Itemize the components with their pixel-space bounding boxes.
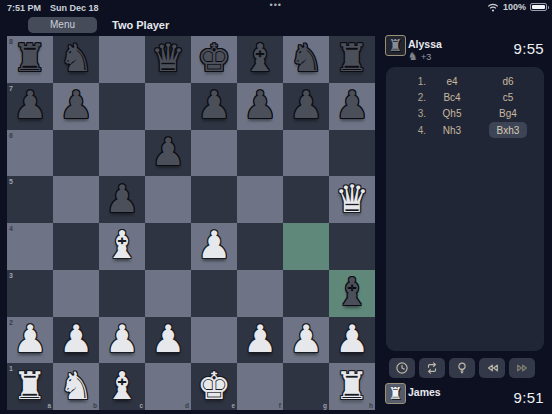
- chess-board[interactable]: 8♜♞♛♚♝♞♜7♟♟♟♟♟♟6♟5♟♛4♝♟3♝2♟♟♟♟♟♟♟1a♜b♞c♝…: [7, 36, 375, 410]
- square-f1[interactable]: f: [237, 363, 283, 410]
- file-label-e: e: [231, 403, 235, 410]
- captured-knight-icon: ♞: [408, 51, 418, 62]
- material-advantage: +3: [421, 52, 431, 62]
- piece-black-bishop[interactable]: ♝: [243, 39, 277, 77]
- hint-button[interactable]: [449, 358, 475, 378]
- square-b2[interactable]: ♟: [53, 317, 99, 364]
- square-e3[interactable]: [191, 270, 237, 317]
- piece-black-pawn[interactable]: ♟: [59, 86, 93, 124]
- move-number: 3.: [386, 108, 426, 119]
- square-h1[interactable]: h♜: [329, 363, 375, 410]
- rank-label-6: 6: [9, 132, 13, 139]
- move-number: 1.: [386, 76, 426, 87]
- piece-black-pawn[interactable]: ♟: [289, 86, 323, 124]
- piece-white-knight[interactable]: ♞: [59, 367, 93, 405]
- square-d7[interactable]: [145, 83, 191, 130]
- piece-black-knight[interactable]: ♞: [289, 39, 323, 77]
- move-black-1[interactable]: d6: [478, 76, 538, 87]
- file-label-b: b: [93, 403, 97, 410]
- square-b1[interactable]: b♞: [53, 363, 99, 410]
- square-f3[interactable]: [237, 270, 283, 317]
- piece-black-rook[interactable]: ♜: [13, 39, 47, 77]
- square-e4[interactable]: ♟: [191, 223, 237, 270]
- square-a5[interactable]: 5: [7, 176, 53, 223]
- piece-white-bishop[interactable]: ♝: [105, 226, 139, 264]
- square-g6[interactable]: [283, 130, 329, 177]
- piece-black-knight[interactable]: ♞: [59, 39, 93, 77]
- piece-white-rook[interactable]: ♜: [335, 367, 369, 405]
- square-f6[interactable]: [237, 130, 283, 177]
- square-h6[interactable]: [329, 130, 375, 177]
- wifi-icon: [487, 3, 499, 12]
- square-f5[interactable]: [237, 176, 283, 223]
- square-d2[interactable]: ♟: [145, 317, 191, 364]
- move-row-1: 1.e4d6: [386, 73, 544, 89]
- piece-white-pawn[interactable]: ♟: [13, 320, 47, 358]
- piece-white-queen[interactable]: ♛: [335, 180, 369, 218]
- square-c5[interactable]: ♟: [99, 176, 145, 223]
- top-player-clock: 9:55: [514, 40, 544, 57]
- square-f4[interactable]: [237, 223, 283, 270]
- piece-white-king[interactable]: ♚: [197, 367, 231, 405]
- square-b4[interactable]: [53, 223, 99, 270]
- black-rook-avatar-icon: ♜: [388, 38, 402, 54]
- move-row-4: 4.Nh3Bxh3: [386, 122, 544, 138]
- square-g8[interactable]: ♞: [283, 36, 329, 83]
- rank-label-5: 5: [9, 178, 13, 185]
- clock-icon: [395, 361, 409, 375]
- rewind-icon: [485, 361, 500, 375]
- square-f8[interactable]: ♝: [237, 36, 283, 83]
- move-number: 4.: [386, 125, 426, 136]
- square-h3[interactable]: ♝: [329, 270, 375, 317]
- move-list-panel[interactable]: 1.e4d62.Bc4c53.Qh5Bg44.Nh3Bxh3: [386, 67, 544, 351]
- move-white-2[interactable]: Bc4: [426, 92, 478, 103]
- square-b6[interactable]: [53, 130, 99, 177]
- forward-button[interactable]: [509, 358, 535, 378]
- piece-black-pawn[interactable]: ♟: [105, 180, 139, 218]
- move-white-4[interactable]: Nh3: [426, 125, 478, 136]
- square-d4[interactable]: [145, 223, 191, 270]
- fast-forward-icon: [515, 361, 530, 375]
- square-g4[interactable]: [283, 223, 329, 270]
- piece-black-bishop[interactable]: ♝: [335, 273, 369, 311]
- flip-board-icon: [425, 361, 439, 375]
- square-c3[interactable]: [99, 270, 145, 317]
- square-d3[interactable]: [145, 270, 191, 317]
- clock-button[interactable]: [389, 358, 415, 378]
- move-white-3[interactable]: Qh5: [426, 108, 478, 119]
- square-c6[interactable]: [99, 130, 145, 177]
- piece-black-king[interactable]: ♚: [197, 39, 231, 77]
- file-label-f: f: [279, 403, 281, 410]
- piece-black-pawn[interactable]: ♟: [197, 86, 231, 124]
- piece-white-pawn[interactable]: ♟: [289, 320, 323, 358]
- bottom-player-clock: 9:51: [514, 389, 544, 406]
- rank-label-3: 3: [9, 272, 13, 279]
- avatar-top-player: ♜: [385, 35, 406, 56]
- square-b5[interactable]: [53, 176, 99, 223]
- status-time-date: 7:51 PMSun Dec 18: [7, 3, 99, 13]
- top-player-name: Alyssa: [408, 38, 442, 50]
- square-h2[interactable]: ♟: [329, 317, 375, 364]
- square-g3[interactable]: [283, 270, 329, 317]
- square-a3[interactable]: 3: [7, 270, 53, 317]
- move-white-1[interactable]: e4: [426, 76, 478, 87]
- control-bar: [389, 358, 535, 378]
- square-h7[interactable]: ♟: [329, 83, 375, 130]
- top-player-captured: ♞ +3: [408, 51, 431, 62]
- square-c1[interactable]: c♝: [99, 363, 145, 410]
- square-h8[interactable]: ♜: [329, 36, 375, 83]
- flip-board-button[interactable]: [419, 358, 445, 378]
- piece-white-pawn[interactable]: ♟: [151, 320, 185, 358]
- move-row-3: 3.Qh5Bg4: [386, 106, 544, 122]
- rewind-button[interactable]: [479, 358, 505, 378]
- piece-white-pawn[interactable]: ♟: [335, 320, 369, 358]
- avatar-bottom-player: ♜: [385, 383, 406, 404]
- piece-black-queen[interactable]: ♛: [151, 39, 185, 77]
- square-a4[interactable]: 4: [7, 223, 53, 270]
- piece-white-rook[interactable]: ♜: [13, 367, 47, 405]
- file-label-a: a: [47, 403, 51, 410]
- square-h4[interactable]: [329, 223, 375, 270]
- square-a1[interactable]: 1a♜: [7, 363, 53, 410]
- square-f7[interactable]: ♟: [237, 83, 283, 130]
- piece-white-pawn[interactable]: ♟: [243, 320, 277, 358]
- square-c8[interactable]: [99, 36, 145, 83]
- bottom-player-name: James: [408, 386, 441, 398]
- square-e2[interactable]: [191, 317, 237, 364]
- piece-white-pawn[interactable]: ♟: [197, 226, 231, 264]
- file-label-d: d: [185, 403, 189, 410]
- square-e5[interactable]: [191, 176, 237, 223]
- status-date: Sun Dec 18: [50, 3, 99, 13]
- page-title: Two Player: [112, 19, 169, 31]
- square-b3[interactable]: [53, 270, 99, 317]
- piece-black-pawn[interactable]: ♟: [151, 133, 185, 171]
- piece-black-pawn[interactable]: ♟: [335, 86, 369, 124]
- status-time: 7:51 PM: [7, 3, 41, 13]
- square-a6[interactable]: 6: [7, 130, 53, 177]
- square-g7[interactable]: ♟: [283, 83, 329, 130]
- piece-white-bishop[interactable]: ♝: [105, 367, 139, 405]
- square-e7[interactable]: ♟: [191, 83, 237, 130]
- square-h5[interactable]: ♛: [329, 176, 375, 223]
- square-b8[interactable]: ♞: [53, 36, 99, 83]
- square-e6[interactable]: [191, 130, 237, 177]
- square-c7[interactable]: [99, 83, 145, 130]
- piece-black-rook[interactable]: ♜: [335, 39, 369, 77]
- square-g5[interactable]: [283, 176, 329, 223]
- menu-button[interactable]: Menu: [28, 17, 97, 33]
- piece-white-pawn[interactable]: ♟: [59, 320, 93, 358]
- square-c2[interactable]: ♟: [99, 317, 145, 364]
- move-number: 2.: [386, 92, 426, 103]
- square-d6[interactable]: ♟: [145, 130, 191, 177]
- square-g2[interactable]: ♟: [283, 317, 329, 364]
- piece-black-pawn[interactable]: ♟: [243, 86, 277, 124]
- square-a8[interactable]: 8♜: [7, 36, 53, 83]
- piece-black-pawn[interactable]: ♟: [13, 86, 47, 124]
- file-label-c: c: [139, 403, 143, 410]
- square-d5[interactable]: [145, 176, 191, 223]
- square-a7[interactable]: 7♟: [7, 83, 53, 130]
- battery-icon: [530, 3, 547, 11]
- square-c4[interactable]: ♝: [99, 223, 145, 270]
- square-b7[interactable]: ♟: [53, 83, 99, 130]
- file-label-g: g: [323, 403, 327, 410]
- rank-label-4: 4: [9, 225, 13, 232]
- square-d8[interactable]: ♛: [145, 36, 191, 83]
- square-g1[interactable]: g: [283, 363, 329, 410]
- move-black-2[interactable]: c5: [478, 92, 538, 103]
- move-black-4[interactable]: Bxh3: [478, 122, 538, 138]
- square-e1[interactable]: e♚: [191, 363, 237, 410]
- square-f2[interactable]: ♟: [237, 317, 283, 364]
- move-row-2: 2.Bc4c5: [386, 89, 544, 105]
- piece-white-pawn[interactable]: ♟: [105, 320, 139, 358]
- square-e8[interactable]: ♚: [191, 36, 237, 83]
- current-move-chip[interactable]: Bxh3: [489, 122, 528, 138]
- status-center-dots: •••: [270, 0, 282, 10]
- status-bar: 7:51 PMSun Dec 18 ••• 100%: [0, 0, 552, 16]
- file-label-h: h: [369, 403, 373, 410]
- lightbulb-icon: [455, 361, 469, 375]
- battery-percent: 100%: [503, 2, 526, 12]
- move-black-3[interactable]: Bg4: [478, 108, 538, 119]
- square-a2[interactable]: 2♟: [7, 317, 53, 364]
- white-rook-avatar-icon: ♜: [388, 386, 402, 402]
- square-d1[interactable]: d: [145, 363, 191, 410]
